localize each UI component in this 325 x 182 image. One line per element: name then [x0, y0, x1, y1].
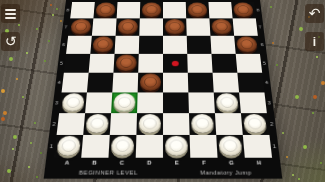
square-B3[interactable] — [85, 92, 112, 113]
info-button[interactable]: i — [305, 32, 324, 51]
square-E2[interactable] — [163, 113, 190, 135]
square-C8[interactable] — [117, 2, 141, 19]
hamburger-icon — [5, 9, 16, 19]
board-status-bar: BEGINNER LEVEL Mandatory Jump — [44, 167, 283, 179]
white-man-B2[interactable] — [85, 114, 108, 133]
square-A5[interactable] — [64, 54, 90, 73]
square-C1[interactable] — [108, 135, 136, 158]
file-label-A: A — [53, 158, 81, 167]
square-D1[interactable] — [136, 135, 163, 158]
square-A1[interactable] — [54, 135, 83, 158]
white-man-A3[interactable] — [61, 93, 84, 111]
dark-man-C7[interactable] — [118, 19, 138, 34]
square-B1[interactable] — [81, 135, 110, 158]
square-E8[interactable] — [163, 2, 186, 19]
right-button-column: ↶ i — [305, 4, 324, 51]
square-H4[interactable] — [237, 73, 264, 93]
white-man-G3[interactable] — [216, 93, 239, 111]
dark-man-A7[interactable] — [70, 19, 91, 34]
dark-man-G7[interactable] — [211, 19, 232, 34]
square-B6[interactable] — [90, 36, 115, 54]
file-label-E: E — [163, 158, 191, 167]
file-label-G: G — [218, 158, 246, 167]
square-A4[interactable] — [62, 73, 89, 93]
white-man-H2[interactable] — [243, 114, 267, 133]
white-man-F2[interactable] — [191, 114, 214, 133]
square-D8[interactable] — [140, 2, 163, 19]
square-G3[interactable] — [214, 92, 241, 113]
square-D5[interactable] — [138, 54, 163, 73]
square-C4[interactable] — [112, 73, 138, 93]
square-F8[interactable] — [186, 2, 210, 19]
square-E5[interactable] — [163, 54, 188, 73]
square-B2[interactable] — [83, 113, 111, 135]
square-E7[interactable] — [163, 18, 187, 35]
square-H2[interactable] — [241, 113, 270, 135]
restart-button[interactable]: ↺ — [1, 32, 20, 51]
square-H1[interactable] — [243, 135, 272, 158]
white-man-C1[interactable] — [111, 136, 134, 156]
square-H8[interactable] — [231, 2, 256, 19]
file-label-B: B — [80, 158, 108, 167]
dark-man-D8[interactable] — [142, 3, 161, 17]
square-H7[interactable] — [233, 18, 258, 35]
white-man-C3[interactable] — [113, 93, 135, 111]
square-B8[interactable] — [93, 2, 117, 19]
file-label-F: F — [190, 158, 218, 167]
square-A8[interactable] — [70, 2, 95, 19]
square-D2[interactable] — [136, 113, 163, 135]
square-D4[interactable] — [138, 73, 163, 93]
square-B7[interactable] — [92, 18, 117, 35]
info-icon: i — [313, 36, 316, 48]
square-C6[interactable] — [115, 36, 140, 54]
white-man-A1[interactable] — [56, 136, 81, 156]
dark-man-D4[interactable] — [140, 73, 161, 90]
square-H3[interactable] — [239, 92, 267, 113]
square-E4[interactable] — [163, 73, 188, 93]
square-H5[interactable] — [236, 54, 262, 73]
leaf-specks — [0, 0, 2, 2]
square-G7[interactable] — [209, 18, 234, 35]
white-man-E1[interactable] — [165, 136, 188, 156]
square-G8[interactable] — [208, 2, 232, 19]
file-label-H: H — [245, 158, 273, 167]
dark-man-E7[interactable] — [165, 19, 185, 34]
board-frame: 87654321 87654321 ABCDEFGH BEGINNER LEVE… — [44, 0, 283, 179]
square-F7[interactable] — [186, 18, 210, 35]
square-A6[interactable] — [66, 36, 92, 54]
square-C2[interactable] — [110, 113, 137, 135]
checkers-app-screen: ↺ ↶ i 87654321 87654321 ABCDEFGH BEGINNE… — [0, 0, 325, 182]
square-F5[interactable] — [187, 54, 212, 73]
square-A2[interactable] — [57, 113, 86, 135]
file-labels: ABCDEFGH — [53, 158, 273, 167]
square-G6[interactable] — [210, 36, 235, 54]
square-G5[interactable] — [211, 54, 237, 73]
file-label-D: D — [135, 158, 163, 167]
square-C5[interactable] — [113, 54, 138, 73]
undo-button[interactable]: ↶ — [305, 4, 324, 23]
left-button-column: ↺ — [1, 4, 20, 51]
square-B4[interactable] — [87, 73, 114, 93]
square-D3[interactable] — [137, 92, 163, 113]
square-F4[interactable] — [188, 73, 214, 93]
square-F1[interactable] — [190, 135, 218, 158]
dark-man-H8[interactable] — [233, 3, 254, 17]
dark-man-B8[interactable] — [95, 3, 115, 17]
square-G1[interactable] — [216, 135, 245, 158]
dark-man-H6[interactable] — [236, 36, 258, 52]
square-F3[interactable] — [188, 92, 215, 113]
white-man-G1[interactable] — [218, 136, 242, 156]
square-D7[interactable] — [139, 18, 163, 35]
square-A3[interactable] — [59, 92, 87, 113]
level-label: BEGINNER LEVEL — [79, 170, 138, 176]
square-G2[interactable] — [215, 113, 243, 135]
restart-icon: ↺ — [5, 34, 17, 48]
undo-icon: ↶ — [309, 6, 321, 20]
white-man-D2[interactable] — [139, 114, 161, 133]
square-F6[interactable] — [187, 36, 212, 54]
square-E1[interactable] — [163, 135, 190, 158]
move-hint-dot[interactable] — [172, 60, 179, 66]
board-perspective-wrap: 87654321 87654321 ABCDEFGH BEGINNER LEVE… — [44, 0, 283, 179]
square-F2[interactable] — [189, 113, 216, 135]
dark-man-B6[interactable] — [92, 36, 113, 52]
mandatory-jump-label: Mandatory Jump — [200, 170, 252, 176]
square-B5[interactable] — [89, 54, 115, 73]
dark-man-C5[interactable] — [115, 55, 136, 72]
square-E3[interactable] — [163, 92, 189, 113]
menu-button[interactable] — [1, 4, 20, 23]
checkers-board[interactable] — [54, 2, 272, 158]
square-G4[interactable] — [213, 73, 240, 93]
square-E6[interactable] — [163, 36, 187, 54]
square-H6[interactable] — [234, 36, 260, 54]
square-A7[interactable] — [68, 18, 93, 35]
file-label-C: C — [108, 158, 136, 167]
square-C3[interactable] — [111, 92, 138, 113]
dark-man-F8[interactable] — [188, 3, 208, 17]
square-C7[interactable] — [116, 18, 140, 35]
square-D6[interactable] — [139, 36, 163, 54]
